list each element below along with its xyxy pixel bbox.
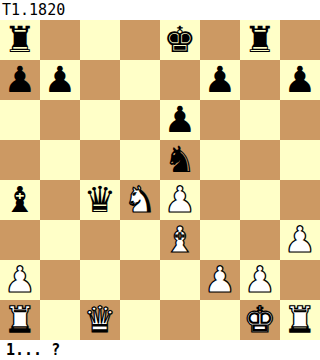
- white-pawn-piece[interactable]: ♟: [244, 260, 276, 300]
- square-b7[interactable]: ♟: [40, 60, 80, 100]
- move-prompt: 1... ?: [0, 340, 320, 360]
- square-b1[interactable]: [40, 300, 80, 340]
- white-rook-piece[interactable]: ♜: [284, 300, 316, 340]
- square-a2[interactable]: ♟: [0, 260, 40, 300]
- square-h1[interactable]: ♜: [280, 300, 320, 340]
- square-c2[interactable]: [80, 260, 120, 300]
- square-f1[interactable]: [200, 300, 240, 340]
- square-f4[interactable]: [200, 180, 240, 220]
- square-f7[interactable]: ♟: [200, 60, 240, 100]
- puzzle-title: T1.1820: [0, 0, 320, 20]
- square-e5[interactable]: ♞: [160, 140, 200, 180]
- square-f3[interactable]: [200, 220, 240, 260]
- square-h6[interactable]: [280, 100, 320, 140]
- square-e2[interactable]: [160, 260, 200, 300]
- square-g5[interactable]: [240, 140, 280, 180]
- black-knight-piece[interactable]: ♞: [164, 140, 196, 180]
- white-pawn-piece[interactable]: ♟: [204, 260, 236, 300]
- square-g6[interactable]: [240, 100, 280, 140]
- white-king-piece[interactable]: ♚: [244, 300, 276, 340]
- square-e8[interactable]: ♚: [160, 20, 200, 60]
- black-king-piece[interactable]: ♚: [164, 20, 196, 60]
- square-a7[interactable]: ♟: [0, 60, 40, 100]
- square-f6[interactable]: [200, 100, 240, 140]
- square-c3[interactable]: [80, 220, 120, 260]
- black-pawn-piece[interactable]: ♟: [44, 60, 76, 100]
- black-pawn-piece[interactable]: ♟: [204, 60, 236, 100]
- black-rook-piece[interactable]: ♜: [244, 20, 276, 60]
- square-d4[interactable]: ♞: [120, 180, 160, 220]
- square-d8[interactable]: [120, 20, 160, 60]
- square-e6[interactable]: ♟: [160, 100, 200, 140]
- white-pawn-piece[interactable]: ♟: [284, 220, 316, 260]
- square-g4[interactable]: [240, 180, 280, 220]
- square-h7[interactable]: ♟: [280, 60, 320, 100]
- square-f8[interactable]: [200, 20, 240, 60]
- square-g7[interactable]: [240, 60, 280, 100]
- square-c8[interactable]: [80, 20, 120, 60]
- square-h2[interactable]: [280, 260, 320, 300]
- square-e4[interactable]: ♟: [160, 180, 200, 220]
- square-e3[interactable]: ♝: [160, 220, 200, 260]
- square-f5[interactable]: [200, 140, 240, 180]
- white-pawn-piece[interactable]: ♟: [4, 260, 36, 300]
- square-d3[interactable]: [120, 220, 160, 260]
- white-queen-piece[interactable]: ♛: [84, 300, 116, 340]
- square-h3[interactable]: ♟: [280, 220, 320, 260]
- square-d1[interactable]: [120, 300, 160, 340]
- chess-board: ♜♚♜♟♟♟♟♟♞♝♛♞♟♝♟♟♟♟♜♛♚♜: [0, 20, 320, 340]
- square-a1[interactable]: ♜: [0, 300, 40, 340]
- black-pawn-piece[interactable]: ♟: [164, 100, 196, 140]
- square-b8[interactable]: [40, 20, 80, 60]
- square-c1[interactable]: ♛: [80, 300, 120, 340]
- square-d2[interactable]: [120, 260, 160, 300]
- square-d7[interactable]: [120, 60, 160, 100]
- square-c4[interactable]: ♛: [80, 180, 120, 220]
- square-c6[interactable]: [80, 100, 120, 140]
- black-pawn-piece[interactable]: ♟: [284, 60, 316, 100]
- square-a4[interactable]: ♝: [0, 180, 40, 220]
- square-g3[interactable]: [240, 220, 280, 260]
- black-queen-piece[interactable]: ♛: [84, 180, 116, 220]
- square-a3[interactable]: [0, 220, 40, 260]
- square-h8[interactable]: [280, 20, 320, 60]
- square-b6[interactable]: [40, 100, 80, 140]
- square-b5[interactable]: [40, 140, 80, 180]
- square-g8[interactable]: ♜: [240, 20, 280, 60]
- square-h4[interactable]: [280, 180, 320, 220]
- square-a5[interactable]: [0, 140, 40, 180]
- square-a8[interactable]: ♜: [0, 20, 40, 60]
- square-c5[interactable]: [80, 140, 120, 180]
- square-b2[interactable]: [40, 260, 80, 300]
- square-d5[interactable]: [120, 140, 160, 180]
- white-pawn-piece[interactable]: ♟: [164, 180, 196, 220]
- square-b3[interactable]: [40, 220, 80, 260]
- black-pawn-piece[interactable]: ♟: [4, 60, 36, 100]
- square-g2[interactable]: ♟: [240, 260, 280, 300]
- square-f2[interactable]: ♟: [200, 260, 240, 300]
- square-e1[interactable]: [160, 300, 200, 340]
- black-rook-piece[interactable]: ♜: [4, 20, 36, 60]
- square-e7[interactable]: [160, 60, 200, 100]
- black-bishop-piece[interactable]: ♝: [4, 180, 36, 220]
- square-c7[interactable]: [80, 60, 120, 100]
- square-a6[interactable]: [0, 100, 40, 140]
- square-g1[interactable]: ♚: [240, 300, 280, 340]
- white-bishop-piece[interactable]: ♝: [164, 220, 196, 260]
- white-rook-piece[interactable]: ♜: [4, 300, 36, 340]
- white-knight-piece[interactable]: ♞: [124, 180, 156, 220]
- square-b4[interactable]: [40, 180, 80, 220]
- square-d6[interactable]: [120, 100, 160, 140]
- square-h5[interactable]: [280, 140, 320, 180]
